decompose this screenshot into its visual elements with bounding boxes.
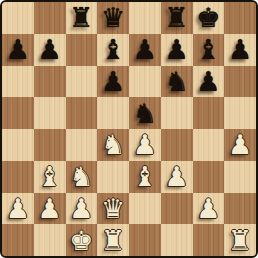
square-d8[interactable]: ♛ bbox=[97, 2, 129, 34]
square-c3[interactable]: ♞ bbox=[66, 161, 98, 193]
square-a6[interactable] bbox=[2, 66, 34, 98]
square-e4[interactable]: ♟ bbox=[129, 129, 161, 161]
square-h4[interactable]: ♟ bbox=[224, 129, 256, 161]
square-e6[interactable] bbox=[129, 66, 161, 98]
black-pawn-h7[interactable]: ♟ bbox=[224, 34, 256, 66]
square-c7[interactable] bbox=[66, 34, 98, 66]
square-f7[interactable]: ♟ bbox=[161, 34, 193, 66]
square-h2[interactable] bbox=[224, 193, 256, 225]
square-g4[interactable] bbox=[193, 129, 225, 161]
square-e1[interactable] bbox=[129, 224, 161, 256]
black-queen-d8[interactable]: ♛ bbox=[97, 2, 129, 34]
white-pawn-f3[interactable]: ♟ bbox=[161, 161, 193, 193]
black-pawn-e7[interactable]: ♟ bbox=[129, 34, 161, 66]
square-c5[interactable] bbox=[66, 97, 98, 129]
square-e2[interactable] bbox=[129, 193, 161, 225]
square-b1[interactable] bbox=[34, 224, 66, 256]
square-a2[interactable]: ♟ bbox=[2, 193, 34, 225]
square-b7[interactable]: ♟ bbox=[34, 34, 66, 66]
square-g1[interactable] bbox=[193, 224, 225, 256]
square-d6[interactable]: ♟ bbox=[97, 66, 129, 98]
square-h5[interactable] bbox=[224, 97, 256, 129]
white-knight-c3[interactable]: ♞ bbox=[66, 161, 98, 193]
square-d7[interactable]: ♝ bbox=[97, 34, 129, 66]
white-bishop-b3[interactable]: ♝ bbox=[34, 161, 66, 193]
white-rook-d1[interactable]: ♜ bbox=[97, 224, 129, 256]
square-f3[interactable]: ♟ bbox=[161, 161, 193, 193]
black-pawn-g6[interactable]: ♟ bbox=[193, 66, 225, 98]
black-pawn-d6[interactable]: ♟ bbox=[97, 66, 129, 98]
white-knight-d4[interactable]: ♞ bbox=[97, 129, 129, 161]
black-bishop-d7[interactable]: ♝ bbox=[97, 34, 129, 66]
square-g3[interactable] bbox=[193, 161, 225, 193]
square-c1[interactable]: ♚ bbox=[66, 224, 98, 256]
square-e3[interactable]: ♝ bbox=[129, 161, 161, 193]
square-b4[interactable] bbox=[34, 129, 66, 161]
square-h7[interactable]: ♟ bbox=[224, 34, 256, 66]
square-a7[interactable]: ♟ bbox=[2, 34, 34, 66]
square-b2[interactable]: ♟ bbox=[34, 193, 66, 225]
white-pawn-a2[interactable]: ♟ bbox=[2, 193, 34, 225]
white-pawn-h4[interactable]: ♟ bbox=[224, 129, 256, 161]
square-h3[interactable] bbox=[224, 161, 256, 193]
black-knight-f6[interactable]: ♞ bbox=[161, 66, 193, 98]
square-c2[interactable]: ♟ bbox=[66, 193, 98, 225]
square-f5[interactable] bbox=[161, 97, 193, 129]
square-a5[interactable] bbox=[2, 97, 34, 129]
square-c6[interactable] bbox=[66, 66, 98, 98]
black-king-g8[interactable]: ♚ bbox=[193, 2, 225, 34]
white-rook-h1[interactable]: ♜ bbox=[224, 224, 256, 256]
white-pawn-b2[interactable]: ♟ bbox=[34, 193, 66, 225]
square-b3[interactable]: ♝ bbox=[34, 161, 66, 193]
square-a3[interactable] bbox=[2, 161, 34, 193]
black-rook-c8[interactable]: ♜ bbox=[66, 2, 98, 34]
white-pawn-g2[interactable]: ♟ bbox=[193, 193, 225, 225]
white-bishop-e3[interactable]: ♝ bbox=[129, 161, 161, 193]
square-d4[interactable]: ♞ bbox=[97, 129, 129, 161]
black-pawn-f7[interactable]: ♟ bbox=[161, 34, 193, 66]
square-c8[interactable]: ♜ bbox=[66, 2, 98, 34]
square-g7[interactable]: ♝ bbox=[193, 34, 225, 66]
square-e8[interactable] bbox=[129, 2, 161, 34]
square-a4[interactable] bbox=[2, 129, 34, 161]
square-h1[interactable]: ♜ bbox=[224, 224, 256, 256]
black-pawn-b7[interactable]: ♟ bbox=[34, 34, 66, 66]
black-rook-f8[interactable]: ♜ bbox=[161, 2, 193, 34]
square-g5[interactable] bbox=[193, 97, 225, 129]
square-b8[interactable] bbox=[34, 2, 66, 34]
square-g8[interactable]: ♚ bbox=[193, 2, 225, 34]
square-g6[interactable]: ♟ bbox=[193, 66, 225, 98]
black-pawn-a7[interactable]: ♟ bbox=[2, 34, 34, 66]
square-d3[interactable] bbox=[97, 161, 129, 193]
chess-board-frame: ♜♛♜♚♟♟♝♟♟♝♟♟♞♟♞♞♟♟♝♞♝♟♟♟♟♛♟♚♜♜ bbox=[0, 0, 258, 258]
square-b6[interactable] bbox=[34, 66, 66, 98]
square-d2[interactable]: ♛ bbox=[97, 193, 129, 225]
square-f6[interactable]: ♞ bbox=[161, 66, 193, 98]
square-d5[interactable] bbox=[97, 97, 129, 129]
black-bishop-g7[interactable]: ♝ bbox=[193, 34, 225, 66]
white-queen-d2[interactable]: ♛ bbox=[97, 193, 129, 225]
square-e5[interactable]: ♞ bbox=[129, 97, 161, 129]
black-knight-e5[interactable]: ♞ bbox=[129, 97, 161, 129]
square-f8[interactable]: ♜ bbox=[161, 2, 193, 34]
square-c4[interactable] bbox=[66, 129, 98, 161]
white-pawn-c2[interactable]: ♟ bbox=[66, 193, 98, 225]
square-h8[interactable] bbox=[224, 2, 256, 34]
white-king-c1[interactable]: ♚ bbox=[66, 224, 98, 256]
white-pawn-e4[interactable]: ♟ bbox=[129, 129, 161, 161]
square-a8[interactable] bbox=[2, 2, 34, 34]
square-f1[interactable] bbox=[161, 224, 193, 256]
square-b5[interactable] bbox=[34, 97, 66, 129]
square-e7[interactable]: ♟ bbox=[129, 34, 161, 66]
square-h6[interactable] bbox=[224, 66, 256, 98]
square-f4[interactable] bbox=[161, 129, 193, 161]
square-g2[interactable]: ♟ bbox=[193, 193, 225, 225]
square-f2[interactable] bbox=[161, 193, 193, 225]
chess-board: ♜♛♜♚♟♟♝♟♟♝♟♟♞♟♞♞♟♟♝♞♝♟♟♟♟♛♟♚♜♜ bbox=[2, 2, 256, 256]
square-a1[interactable] bbox=[2, 224, 34, 256]
square-d1[interactable]: ♜ bbox=[97, 224, 129, 256]
